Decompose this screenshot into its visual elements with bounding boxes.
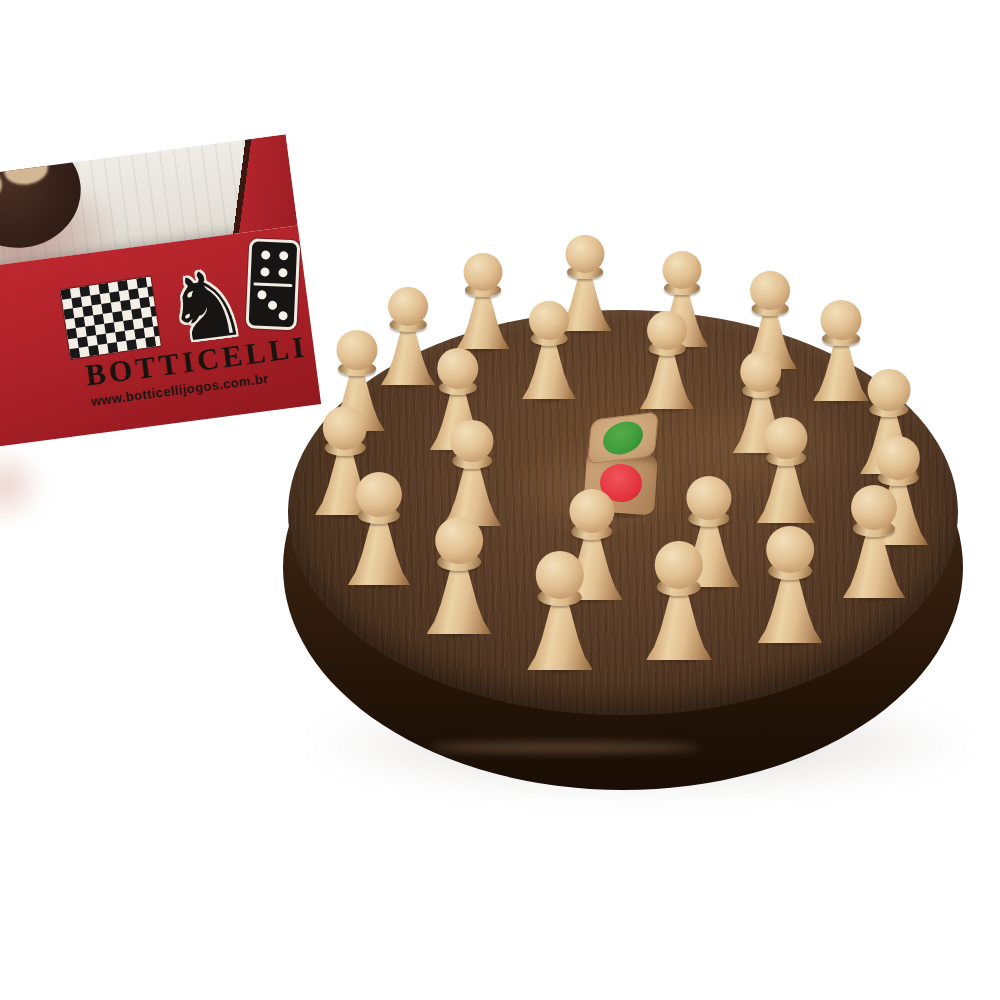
pawn-outer[interactable]: [457, 253, 510, 349]
pawn-head: [388, 287, 428, 326]
pawn-outer[interactable]: [758, 526, 822, 643]
pawn-outer[interactable]: [527, 551, 592, 670]
domino-pip: [278, 268, 287, 277]
pawn-inner[interactable]: [522, 301, 576, 399]
pawn-body: [427, 561, 491, 634]
pawn-head: [437, 348, 479, 389]
box-lid-red-edge: [212, 134, 297, 235]
domino-pip: [260, 268, 269, 277]
pawn-head: [529, 301, 569, 340]
pawn-head: [536, 551, 584, 599]
pawn-head: [655, 541, 703, 589]
pawn-body: [757, 457, 815, 523]
domino-pip: [278, 251, 287, 260]
product-box: ♞ BOTTICELLI www.botticellijogos.com.br: [0, 134, 321, 453]
domino-top-half: [250, 241, 297, 285]
pawn-outer[interactable]: [348, 472, 410, 585]
pawns-layer: [0, 0, 1000, 1000]
pawn-head: [740, 351, 782, 392]
pawn-head: [323, 406, 367, 450]
pawn-body: [381, 324, 435, 385]
pawn-head: [766, 526, 814, 573]
pawn-outer[interactable]: [427, 517, 491, 634]
die-green-dot: [602, 419, 645, 456]
pawn-head: [851, 485, 897, 530]
pawn-inner[interactable]: [757, 417, 815, 523]
pawn-outer[interactable]: [381, 287, 435, 385]
pawn-head: [750, 271, 790, 310]
pawn-outer[interactable]: [843, 485, 905, 598]
domino-icon: [245, 238, 300, 330]
pawn-inner[interactable]: [443, 420, 501, 526]
pawn-body: [640, 348, 694, 409]
pawn-body: [348, 515, 410, 585]
domino-pip: [267, 301, 276, 310]
pawn-body: [843, 528, 905, 598]
pawn-head: [356, 472, 402, 517]
pawn-outer[interactable]: [646, 541, 711, 660]
board-rim-highlight: [430, 742, 700, 753]
pawn-head: [647, 311, 687, 350]
domino-bottom-half: [248, 283, 295, 327]
checkerboard-icon: [60, 276, 160, 359]
pawn-head: [868, 369, 911, 411]
pawn-body: [758, 570, 822, 643]
pawn-inner[interactable]: [640, 311, 694, 409]
pawn-body: [457, 289, 510, 349]
domino-pip: [278, 311, 287, 320]
pawn-body: [646, 586, 711, 660]
pawn-head: [435, 517, 483, 564]
pawn-body: [522, 338, 576, 399]
knight-icon: ♞: [160, 263, 244, 351]
domino-pip: [257, 290, 266, 299]
domino-pip: [260, 250, 269, 259]
die-top-face: [587, 411, 658, 464]
scene: ♞ BOTTICELLI www.botticellijogos.com.br: [0, 0, 1000, 1000]
pawn-head: [876, 436, 920, 480]
pawn-body: [527, 596, 592, 670]
